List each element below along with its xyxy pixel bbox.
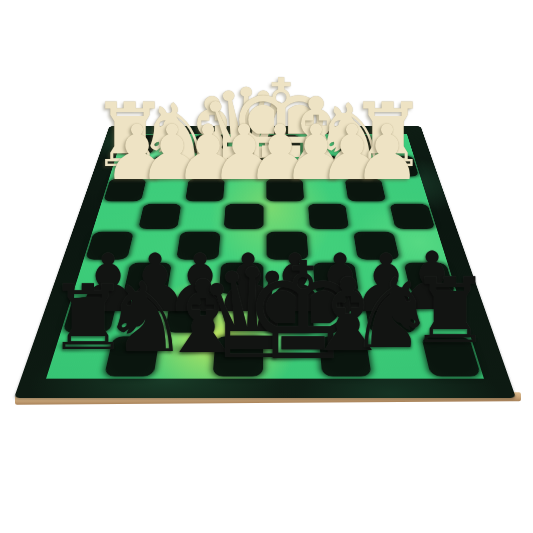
piece-white-pawn[interactable]: ♟ (353, 115, 421, 191)
square-h5[interactable] (388, 203, 438, 231)
chessboard-photo: ♜♞♝♛♚♝♞♜♟♟♟♟♟♟♟♟♟♟♟♟♟♟♟♟♜♞♝♛♚♝♞♜ (0, 0, 533, 533)
piece-black-rook[interactable]: ♜ (410, 266, 491, 356)
square-a5[interactable] (93, 203, 143, 231)
piece-layer: ♜♞♝♛♚♝♞♜♟♟♟♟♟♟♟♟♟♟♟♟♟♟♟♟♜♞♝♛♚♝♞♜ (0, 0, 533, 533)
square-b5[interactable] (136, 203, 183, 231)
square-c5[interactable] (179, 203, 224, 231)
square-g5[interactable] (347, 203, 394, 231)
square-f5[interactable] (306, 203, 351, 231)
square-d5[interactable] (222, 203, 265, 231)
square-e5[interactable] (265, 203, 308, 231)
